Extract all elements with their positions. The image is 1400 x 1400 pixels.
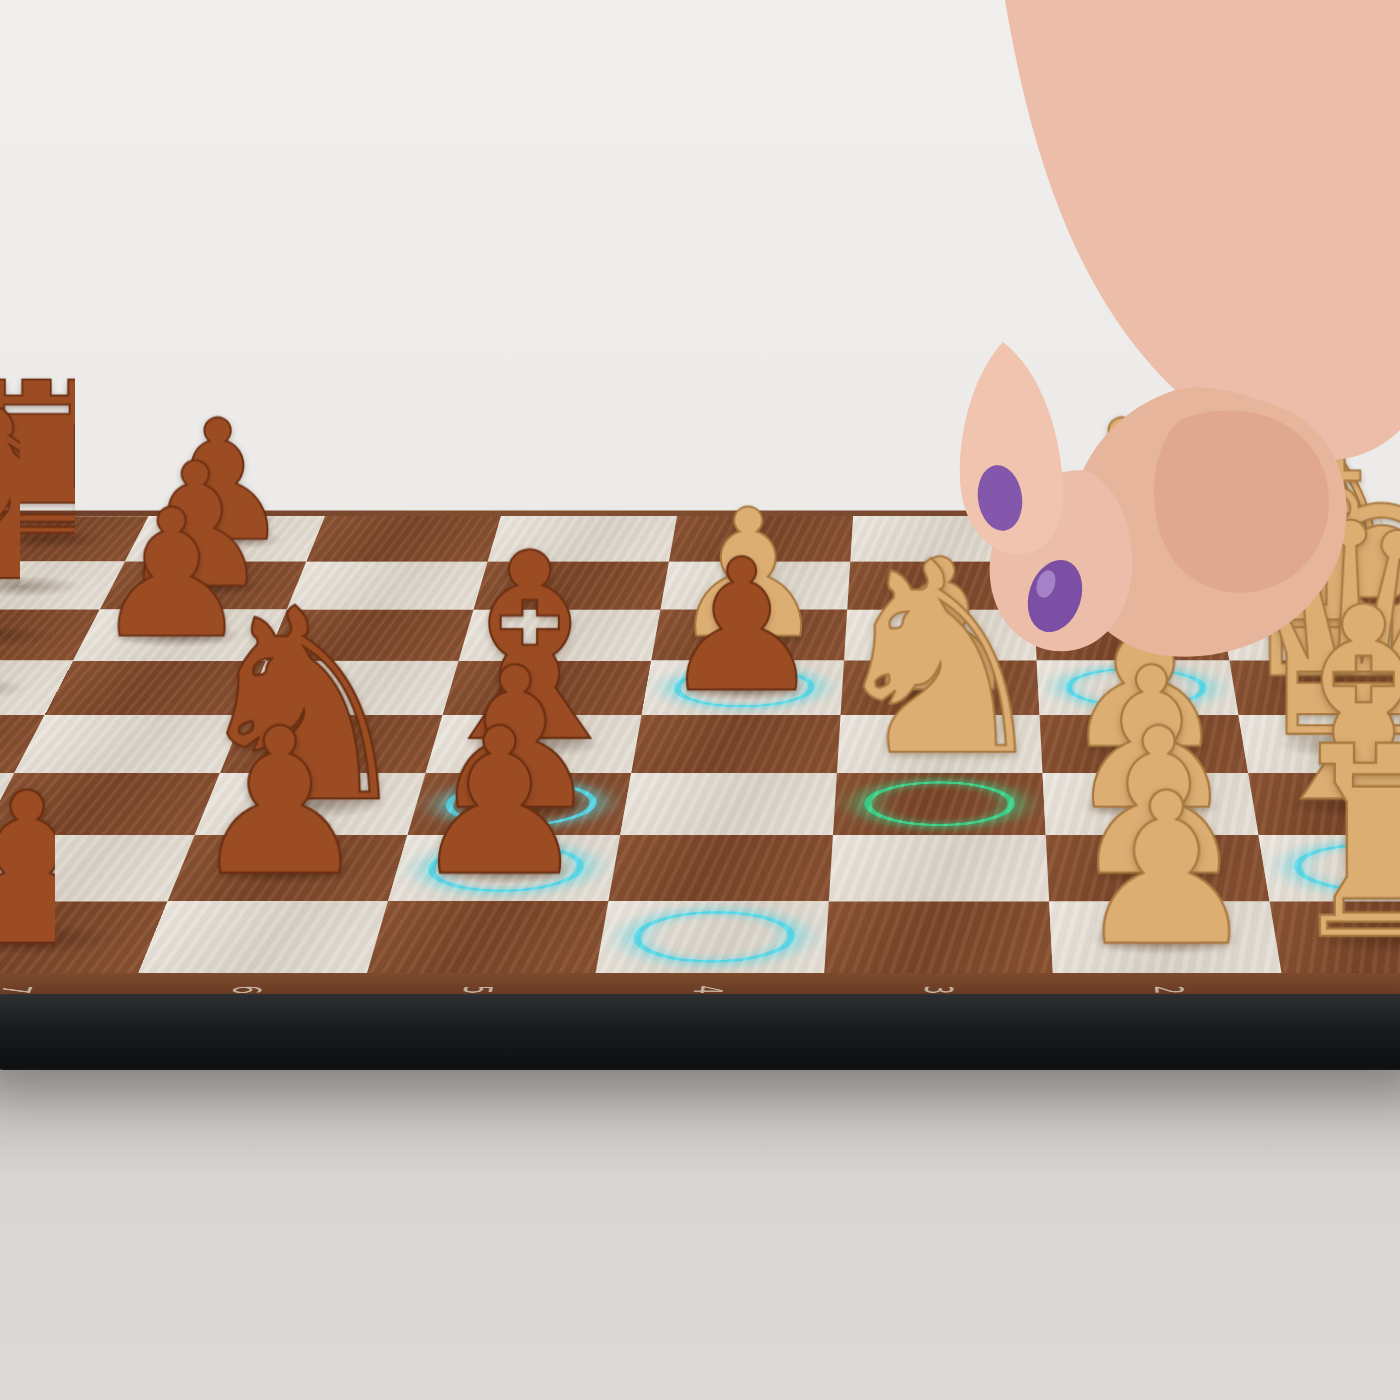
white-rook-a1[interactable]: ♜ [1276,723,1400,966]
square-c3[interactable]: ♞ [833,773,1046,835]
rank-label-5: 5 [453,986,501,994]
black-pawn-e4[interactable]: ♟ [660,542,824,710]
chess-board[interactable]: ♜♟♟♜♞♟♟♞♝♟♟♝♚♟♟♚♛♝♟♛♞♟♞♟♝♟♟♟♜♟♟♜ 765432 [0,511,1400,1007]
square-a1[interactable]: ♜ [1270,901,1400,972]
square-a3[interactable] [824,901,1053,972]
black-pawn-b5[interactable]: ♟ [409,709,590,895]
square-b6[interactable]: ♟ [168,835,408,901]
white-knight-c3-being-placed[interactable]: ♞ [821,539,1059,783]
board-base-edge [0,994,1400,1070]
led-ring-a4-cyan [629,911,797,962]
rank-label-2: 2 [1146,986,1193,994]
square-a5[interactable] [367,901,608,972]
rank-label-6: 6 [222,986,271,994]
rank-label-4: 4 [684,986,731,994]
white-pawn-a2[interactable]: ♟ [1073,773,1261,966]
black-queen-d8[interactable]: ♛ [0,498,46,768]
square-b3[interactable] [829,835,1049,901]
rank-label-7: 7 [0,986,41,994]
board-perspective-wrap: ♜♟♟♜♞♟♟♞♝♟♟♝♚♟♟♚♛♝♟♛♞♟♞♟♝♟♟♟♜♟♟♜ 765432 [0,0,1400,1400]
square-b5[interactable]: ♟ [388,835,620,901]
rank-label-3: 3 [915,986,961,994]
square-a7[interactable]: ♟ [0,901,168,972]
square-e4[interactable]: ♟ [642,661,844,715]
black-pawn-a7[interactable]: ♟ [0,773,121,966]
square-c4[interactable] [620,773,837,835]
board-floor-shadow [0,1068,1400,1178]
square-d4[interactable] [631,715,840,773]
square-a2[interactable]: ♟ [1049,901,1281,972]
square-a6[interactable] [138,901,388,972]
square-a4[interactable] [596,901,829,972]
black-pawn-b6[interactable]: ♟ [189,709,370,895]
studio-scene: ♜♟♟♜♞♟♟♞♝♟♟♝♚♟♟♚♛♝♟♛♞♟♞♟♝♟♟♟♜♟♟♜ 765432 [0,0,1400,1400]
board-squares: ♜♟♟♜♞♟♟♞♝♟♟♝♚♟♟♚♛♝♟♛♞♟♞♟♝♟♟♟♜♟♟♜ [0,516,1400,973]
square-b4[interactable] [608,835,833,901]
